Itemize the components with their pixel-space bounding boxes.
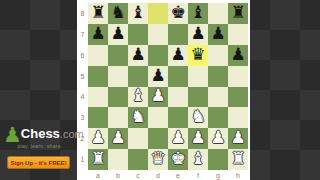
square-f7[interactable]: ♟ bbox=[188, 24, 208, 45]
black-knight: ♞ bbox=[110, 4, 125, 21]
black-pawn: ♟ bbox=[230, 46, 245, 63]
square-a4[interactable] bbox=[88, 87, 108, 108]
square-a8[interactable]: ♜ bbox=[88, 3, 108, 24]
white-knight: ♞ bbox=[130, 108, 145, 125]
square-f2[interactable]: ♟ bbox=[188, 128, 208, 149]
rank-label-3: 3 bbox=[77, 107, 88, 128]
file-label-c: c bbox=[128, 170, 148, 180]
square-e6[interactable]: ♟ bbox=[168, 45, 188, 66]
square-f1[interactable]: ♝ bbox=[188, 149, 208, 170]
square-b5[interactable] bbox=[108, 66, 128, 87]
square-h4[interactable] bbox=[228, 87, 248, 108]
square-c3[interactable]: ♞ bbox=[128, 107, 148, 128]
chesscom-logo: ♟ Chess .com play. learn. share. bbox=[3, 126, 76, 150]
square-h8[interactable]: ♜ bbox=[228, 3, 248, 24]
square-h6[interactable]: ♟ bbox=[228, 45, 248, 66]
square-h7[interactable] bbox=[228, 24, 248, 45]
rank-label-4: 4 bbox=[77, 87, 88, 108]
white-rook: ♜ bbox=[230, 150, 245, 167]
square-a7[interactable]: ♟ bbox=[88, 24, 108, 45]
file-label-b: b bbox=[108, 170, 128, 180]
board-panel: 87654321 ♜♞♝♚♝♜♟♟♟♟♟♟♛♟♟♝♟♞♞♟♟♟♟♟♟♜♛♚♝♜ … bbox=[77, 0, 250, 180]
black-pawn: ♟ bbox=[130, 46, 145, 63]
square-c5[interactable] bbox=[128, 66, 148, 87]
brand-tagline: play. learn. share. bbox=[3, 144, 65, 149]
square-f6[interactable]: ♛ bbox=[188, 45, 208, 66]
square-f5[interactable] bbox=[188, 66, 208, 87]
square-a2[interactable]: ♟ bbox=[88, 128, 108, 149]
square-e5[interactable] bbox=[168, 66, 188, 87]
square-d8[interactable] bbox=[148, 3, 168, 24]
white-pawn: ♟ bbox=[90, 129, 105, 146]
rank-label-7: 7 bbox=[77, 24, 88, 45]
square-g6[interactable] bbox=[208, 45, 228, 66]
square-g1[interactable] bbox=[208, 149, 228, 170]
black-queen: ♛ bbox=[190, 46, 205, 63]
square-e8[interactable]: ♚ bbox=[168, 3, 188, 24]
square-a5[interactable] bbox=[88, 66, 108, 87]
black-king: ♚ bbox=[170, 4, 185, 21]
file-label-h: h bbox=[228, 170, 248, 180]
file-label-a: a bbox=[88, 170, 108, 180]
rank-label-1: 1 bbox=[77, 149, 88, 170]
square-c6[interactable]: ♟ bbox=[128, 45, 148, 66]
brand-text: Chess bbox=[21, 126, 60, 141]
square-d4[interactable]: ♟ bbox=[148, 87, 168, 108]
square-f3[interactable]: ♞ bbox=[188, 107, 208, 128]
square-d1[interactable]: ♛ bbox=[148, 149, 168, 170]
sign-up-button[interactable]: Sign Up - it's FREE! bbox=[7, 156, 70, 169]
square-d2[interactable] bbox=[148, 128, 168, 149]
square-c7[interactable] bbox=[128, 24, 148, 45]
square-f8[interactable]: ♝ bbox=[188, 3, 208, 24]
square-h5[interactable] bbox=[228, 66, 248, 87]
black-pawn: ♟ bbox=[190, 25, 205, 42]
white-queen: ♛ bbox=[150, 150, 165, 167]
black-pawn: ♟ bbox=[90, 25, 105, 42]
file-label-e: e bbox=[168, 170, 188, 180]
square-e3[interactable] bbox=[168, 107, 188, 128]
square-e2[interactable]: ♟ bbox=[168, 128, 188, 149]
square-a6[interactable] bbox=[88, 45, 108, 66]
white-pawn: ♟ bbox=[190, 129, 205, 146]
white-pawn: ♟ bbox=[150, 87, 165, 104]
square-e1[interactable]: ♚ bbox=[168, 149, 188, 170]
video-frame: 87654321 ♜♞♝♚♝♜♟♟♟♟♟♟♛♟♟♝♟♞♞♟♟♟♟♟♟♜♛♚♝♜ … bbox=[0, 0, 320, 180]
white-pawn: ♟ bbox=[230, 129, 245, 146]
white-pawn: ♟ bbox=[170, 129, 185, 146]
file-label-d: d bbox=[148, 170, 168, 180]
white-pawn: ♟ bbox=[110, 129, 125, 146]
square-a3[interactable] bbox=[88, 107, 108, 128]
black-bishop: ♝ bbox=[190, 4, 205, 21]
chesscom-pawn-icon: ♟ bbox=[3, 126, 22, 144]
square-b1[interactable] bbox=[108, 149, 128, 170]
square-g2[interactable]: ♟ bbox=[208, 128, 228, 149]
square-b8[interactable]: ♞ bbox=[108, 3, 128, 24]
rank-label-6: 6 bbox=[77, 45, 88, 66]
black-rook: ♜ bbox=[230, 4, 245, 21]
square-g5[interactable] bbox=[208, 66, 228, 87]
square-b4[interactable] bbox=[108, 87, 128, 108]
square-e7[interactable] bbox=[168, 24, 188, 45]
square-b7[interactable]: ♟ bbox=[108, 24, 128, 45]
black-pawn: ♟ bbox=[170, 46, 185, 63]
white-pawn: ♟ bbox=[210, 129, 225, 146]
file-label-g: g bbox=[208, 170, 228, 180]
black-pawn: ♟ bbox=[210, 25, 225, 42]
square-a1[interactable]: ♜ bbox=[88, 149, 108, 170]
square-h1[interactable]: ♜ bbox=[228, 149, 248, 170]
square-d3[interactable] bbox=[148, 107, 168, 128]
square-g3[interactable] bbox=[208, 107, 228, 128]
black-bishop: ♝ bbox=[130, 4, 145, 21]
square-d6[interactable] bbox=[148, 45, 168, 66]
white-bishop: ♝ bbox=[130, 87, 145, 104]
brand-tld: .com bbox=[60, 128, 84, 140]
square-c8[interactable]: ♝ bbox=[128, 3, 148, 24]
rank-label-5: 5 bbox=[77, 66, 88, 87]
square-b2[interactable]: ♟ bbox=[108, 128, 128, 149]
square-b6[interactable] bbox=[108, 45, 128, 66]
file-label-f: f bbox=[188, 170, 208, 180]
square-d7[interactable] bbox=[148, 24, 168, 45]
square-h2[interactable]: ♟ bbox=[228, 128, 248, 149]
square-g4[interactable] bbox=[208, 87, 228, 108]
square-h3[interactable] bbox=[228, 107, 248, 128]
white-king: ♚ bbox=[170, 150, 185, 167]
square-f4[interactable] bbox=[188, 87, 208, 108]
chess-board: ♜♞♝♚♝♜♟♟♟♟♟♟♛♟♟♝♟♞♞♟♟♟♟♟♟♜♛♚♝♜ bbox=[88, 3, 248, 170]
white-rook: ♜ bbox=[90, 150, 105, 167]
rank-label-8: 8 bbox=[77, 3, 88, 24]
file-labels: abcdefgh bbox=[88, 170, 248, 180]
square-c1[interactable] bbox=[128, 149, 148, 170]
square-c4[interactable]: ♝ bbox=[128, 87, 148, 108]
white-knight: ♞ bbox=[190, 108, 205, 125]
square-g8[interactable] bbox=[208, 3, 228, 24]
square-e4[interactable] bbox=[168, 87, 188, 108]
white-bishop: ♝ bbox=[190, 150, 205, 167]
black-rook: ♜ bbox=[90, 4, 105, 21]
rank-labels: 87654321 bbox=[77, 3, 88, 170]
square-b3[interactable] bbox=[108, 107, 128, 128]
square-g7[interactable]: ♟ bbox=[208, 24, 228, 45]
square-d5[interactable]: ♟ bbox=[148, 66, 168, 87]
black-pawn: ♟ bbox=[110, 25, 125, 42]
black-pawn: ♟ bbox=[150, 67, 165, 84]
square-c2[interactable] bbox=[128, 128, 148, 149]
